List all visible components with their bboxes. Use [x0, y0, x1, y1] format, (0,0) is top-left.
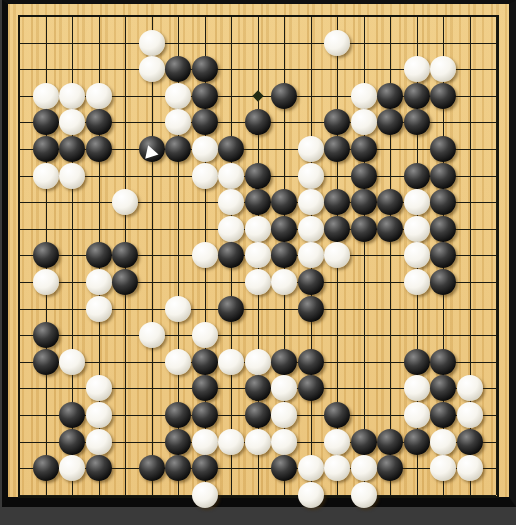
stone-black[interactable] — [457, 429, 483, 455]
stone-black[interactable] — [271, 216, 297, 242]
stone-black[interactable] — [430, 402, 456, 428]
stone-white[interactable] — [139, 56, 165, 82]
stone-black[interactable] — [377, 216, 403, 242]
stone-black[interactable] — [192, 375, 218, 401]
stone-black[interactable] — [245, 109, 271, 135]
stone-white[interactable] — [298, 216, 324, 242]
stone-white[interactable] — [298, 136, 324, 162]
stone-white[interactable] — [86, 429, 112, 455]
stone-white[interactable] — [351, 482, 377, 508]
stone-black[interactable] — [404, 349, 430, 375]
stone-black[interactable] — [271, 455, 297, 481]
stone-white[interactable] — [165, 349, 191, 375]
stone-white[interactable] — [351, 455, 377, 481]
stone-black[interactable] — [112, 269, 138, 295]
stone-black[interactable] — [324, 402, 350, 428]
stone-white[interactable] — [271, 402, 297, 428]
stone-white[interactable] — [351, 109, 377, 135]
stone-black[interactable] — [430, 163, 456, 189]
stone-white[interactable] — [404, 216, 430, 242]
stone-black[interactable] — [165, 56, 191, 82]
stone-black[interactable] — [351, 429, 377, 455]
stone-black[interactable] — [404, 429, 430, 455]
stone-white[interactable] — [86, 375, 112, 401]
stone-white[interactable] — [404, 375, 430, 401]
stone-white[interactable] — [59, 349, 85, 375]
stone-black[interactable] — [192, 349, 218, 375]
stone-black[interactable] — [271, 349, 297, 375]
stone-white[interactable] — [59, 83, 85, 109]
stone-black[interactable] — [245, 163, 271, 189]
stone-white[interactable] — [165, 296, 191, 322]
stone-white[interactable] — [218, 216, 244, 242]
stone-black[interactable] — [192, 56, 218, 82]
stone-black[interactable] — [430, 136, 456, 162]
stone-black[interactable] — [59, 429, 85, 455]
stone-white[interactable] — [298, 189, 324, 215]
stone-white[interactable] — [33, 269, 59, 295]
stone-white[interactable] — [192, 163, 218, 189]
stone-white[interactable] — [86, 402, 112, 428]
stone-white[interactable] — [218, 163, 244, 189]
stone-black[interactable] — [33, 136, 59, 162]
window-background-strip — [516, 0, 527, 525]
stone-white[interactable] — [192, 482, 218, 508]
stone-black[interactable] — [351, 163, 377, 189]
stone-black[interactable] — [377, 189, 403, 215]
stone-black[interactable] — [33, 322, 59, 348]
stone-black[interactable] — [404, 83, 430, 109]
stone-white[interactable] — [192, 136, 218, 162]
stone-black[interactable] — [298, 269, 324, 295]
stone-black[interactable] — [430, 216, 456, 242]
stone-white[interactable] — [351, 83, 377, 109]
stone-black[interactable] — [298, 296, 324, 322]
stone-black[interactable] — [33, 455, 59, 481]
stone-black[interactable] — [192, 455, 218, 481]
stone-black-last-move-triangle[interactable] — [139, 136, 165, 162]
stone-black[interactable] — [165, 455, 191, 481]
stone-white[interactable] — [404, 189, 430, 215]
stone-white[interactable] — [86, 296, 112, 322]
screenshot-stage — [0, 0, 527, 525]
stone-black[interactable] — [192, 109, 218, 135]
last-move-triangle-marker — [141, 143, 158, 159]
stone-white[interactable] — [165, 83, 191, 109]
stone-white[interactable] — [192, 322, 218, 348]
stone-white[interactable] — [404, 242, 430, 268]
stone-black[interactable] — [86, 136, 112, 162]
stone-black[interactable] — [404, 163, 430, 189]
stone-black[interactable] — [139, 455, 165, 481]
stone-black[interactable] — [351, 136, 377, 162]
stone-white[interactable] — [324, 429, 350, 455]
stone-black[interactable] — [324, 136, 350, 162]
stone-white[interactable] — [192, 242, 218, 268]
stone-white[interactable] — [245, 242, 271, 268]
stone-white[interactable] — [404, 402, 430, 428]
stone-black[interactable] — [192, 83, 218, 109]
stone-black[interactable] — [245, 402, 271, 428]
stone-white[interactable] — [324, 30, 350, 56]
stone-white[interactable] — [59, 163, 85, 189]
stone-white[interactable] — [33, 163, 59, 189]
stone-white[interactable] — [192, 429, 218, 455]
stone-black[interactable] — [377, 83, 403, 109]
stone-white[interactable] — [86, 269, 112, 295]
stone-black[interactable] — [430, 349, 456, 375]
stone-white[interactable] — [86, 83, 112, 109]
stone-black[interactable] — [271, 83, 297, 109]
stone-black[interactable] — [165, 429, 191, 455]
stone-black[interactable] — [33, 349, 59, 375]
stone-black[interactable] — [324, 216, 350, 242]
stone-black[interactable] — [430, 269, 456, 295]
stone-black[interactable] — [86, 455, 112, 481]
stone-white[interactable] — [298, 163, 324, 189]
stone-black[interactable] — [298, 349, 324, 375]
stone-black[interactable] — [430, 83, 456, 109]
stone-black[interactable] — [271, 189, 297, 215]
stone-white[interactable] — [218, 189, 244, 215]
stone-white[interactable] — [430, 455, 456, 481]
stone-white[interactable] — [245, 429, 271, 455]
stone-black[interactable] — [165, 402, 191, 428]
stone-white[interactable] — [430, 56, 456, 82]
stone-black[interactable] — [404, 109, 430, 135]
stone-black[interactable] — [33, 109, 59, 135]
stone-black[interactable] — [59, 136, 85, 162]
stone-black[interactable] — [192, 402, 218, 428]
stone-white[interactable] — [218, 429, 244, 455]
stone-white[interactable] — [139, 322, 165, 348]
stone-white[interactable] — [271, 269, 297, 295]
stone-black[interactable] — [298, 375, 324, 401]
stone-white[interactable] — [298, 482, 324, 508]
stone-white[interactable] — [404, 269, 430, 295]
stone-white[interactable] — [457, 455, 483, 481]
stone-white[interactable] — [112, 189, 138, 215]
stone-black[interactable] — [165, 136, 191, 162]
stone-black[interactable] — [218, 296, 244, 322]
stone-black[interactable] — [33, 242, 59, 268]
stone-white[interactable] — [298, 455, 324, 481]
stone-white[interactable] — [245, 269, 271, 295]
stone-black[interactable] — [377, 429, 403, 455]
stone-black[interactable] — [218, 136, 244, 162]
go-board[interactable] — [2, 0, 516, 507]
stone-white[interactable] — [59, 455, 85, 481]
stone-black[interactable] — [351, 189, 377, 215]
stone-white[interactable] — [457, 375, 483, 401]
stone-white[interactable] — [139, 30, 165, 56]
stone-white[interactable] — [245, 216, 271, 242]
stone-white[interactable] — [430, 429, 456, 455]
stone-white[interactable] — [218, 349, 244, 375]
stone-white[interactable] — [298, 242, 324, 268]
stone-black[interactable] — [377, 455, 403, 481]
stone-black[interactable] — [86, 242, 112, 268]
stone-black[interactable] — [351, 216, 377, 242]
stone-white[interactable] — [245, 349, 271, 375]
stone-white[interactable] — [33, 83, 59, 109]
stone-white[interactable] — [457, 402, 483, 428]
stone-black[interactable] — [86, 109, 112, 135]
stone-black[interactable] — [245, 375, 271, 401]
stone-black[interactable] — [59, 402, 85, 428]
stone-black[interactable] — [430, 189, 456, 215]
stone-black[interactable] — [324, 189, 350, 215]
stone-white[interactable] — [271, 429, 297, 455]
stone-white[interactable] — [324, 455, 350, 481]
stone-white[interactable] — [404, 56, 430, 82]
stone-black[interactable] — [245, 189, 271, 215]
